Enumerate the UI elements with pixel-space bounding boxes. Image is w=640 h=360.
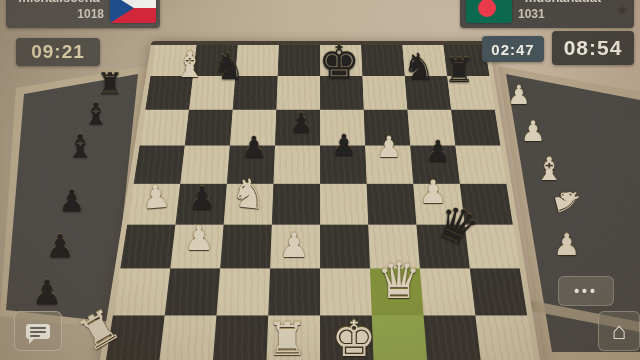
square-a6[interactable] [140,110,189,146]
board-piece-wP-b3[interactable]: ♟ [184,221,214,255]
board-piece-wK-e1[interactable]: ♚ [332,314,377,360]
czech-flag-icon [110,0,156,23]
square-f7[interactable] [362,76,407,110]
square-b6[interactable] [185,110,233,146]
square-d7[interactable] [276,76,320,110]
player-rating-left: 1018 [77,7,104,21]
square-e2[interactable] [320,268,372,315]
board-piece-wP-d3[interactable]: ♟ [279,228,309,262]
board-piece-wN-c5[interactable]: ♞ [229,172,269,216]
star-icon: ★ [615,2,628,18]
tray-right-piece-wB: ♝ [535,153,564,185]
square-b5[interactable] [180,146,230,184]
square-f4[interactable] [367,184,417,225]
tray-left-piece-bP: ♟ [46,230,75,262]
bangladesh-flag-icon [466,0,512,23]
white-clock: 09:21 [16,38,100,66]
black-clock: 08:54 [552,31,634,65]
square-c2[interactable] [216,268,270,315]
move-timer: 02:47 [482,36,544,62]
player-panel-right: mdshahadat 1031 ★ [460,0,634,28]
square-c1[interactable] [212,315,268,360]
square-h6[interactable] [451,110,500,146]
board-piece-wP-f6[interactable]: ♟ [376,133,402,162]
board-piece-bK-e8[interactable]: ♚ [318,39,359,85]
board-piece-bP-e6[interactable]: ♟ [331,131,357,160]
tray-left-piece-bP: ♟ [59,186,86,216]
square-e3[interactable] [320,225,370,269]
square-d2[interactable] [268,268,320,315]
square-b1[interactable] [159,315,217,360]
home-button[interactable]: ⌂ [598,311,640,351]
board-piece-bR-h8[interactable]: ♜ [444,53,474,87]
player-name-left: michaliscena [10,0,108,5]
menu-dots-button[interactable]: ••• [558,276,614,306]
board-piece-wP-a4[interactable]: ♟ [141,180,172,214]
board-piece-wQ-f2[interactable]: ♛ [377,256,422,306]
board-piece-wB-a8[interactable]: ♝ [174,47,206,83]
square-a3[interactable] [120,225,175,269]
tray-left-piece-bR: ♜ [97,69,124,99]
square-c3[interactable] [220,225,272,269]
tray-left-piece-bP: ♟ [32,275,62,309]
square-b2[interactable] [165,268,220,315]
chat-bubble-icon [26,324,50,339]
tray-right-piece-wP: ♟ [520,118,545,146]
square-a2[interactable] [113,268,170,315]
board-piece-bP-b4[interactable]: ♟ [188,182,217,214]
square-g2[interactable] [420,268,475,315]
player-name-right: mdshahadat [518,0,608,5]
home-icon: ⌂ [612,317,627,345]
square-h2[interactable] [470,268,527,315]
game-screen: ♝♚♞♞♜♟♟♟♟♟♟♞♟♟♛♟♟♛♜♜♚♜♝♝♟♟♟♟♟♝♞♟ michali… [0,0,640,360]
square-e4[interactable] [320,184,368,225]
tray-right-piece-wP: ♟ [554,230,581,260]
square-h5[interactable] [455,146,506,184]
square-f8[interactable] [361,44,405,76]
square-f1[interactable] [372,315,428,360]
square-d8[interactable] [278,44,320,76]
square-d4[interactable] [272,184,320,225]
board-piece-bN-g8[interactable]: ♞ [403,49,435,85]
tray-left-piece-bB: ♝ [83,99,110,129]
board-piece-bP-c6[interactable]: ♟ [241,133,267,162]
tray-right-piece-wP: ♟ [507,82,530,108]
square-d5[interactable] [273,146,320,184]
square-h1[interactable] [475,315,535,360]
board-piece-bP-d7[interactable]: ♟ [289,110,313,137]
square-g1[interactable] [424,315,482,360]
board-piece-bN-b8[interactable]: ♞ [213,49,245,85]
board-piece-wR-d1[interactable]: ♜ [266,316,307,360]
player-rating-right: 1031 [518,7,545,21]
tray-left-piece-bB: ♝ [66,130,95,162]
chat-button[interactable] [14,311,62,351]
board-piece-bP-g6[interactable]: ♟ [425,137,451,166]
player-panel-left: michaliscena 1018 [6,0,160,28]
